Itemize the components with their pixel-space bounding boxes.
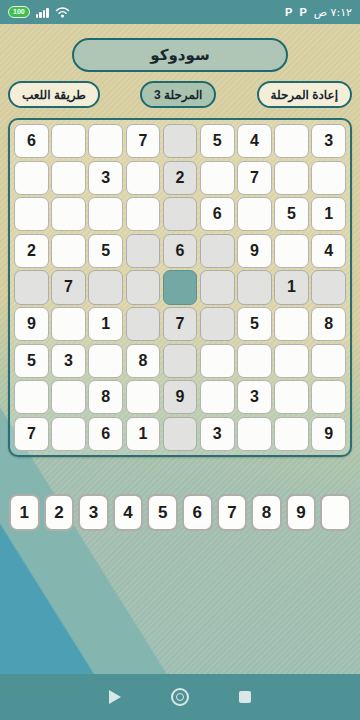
cell-r5c7[interactable] [237, 270, 272, 304]
notification-icon-p: P [299, 6, 306, 18]
cell-r4c7[interactable]: 9 [237, 234, 272, 268]
notification-icon-p: P [285, 6, 292, 18]
cell-r9c9[interactable]: 9 [311, 417, 346, 451]
cell-r7c8[interactable] [274, 344, 309, 378]
cell-r4c9[interactable]: 4 [311, 234, 346, 268]
cell-r9c8[interactable] [274, 417, 309, 451]
cell-r2c9[interactable] [311, 161, 346, 195]
cell-r6c8[interactable] [274, 307, 309, 341]
cell-r5c9[interactable] [311, 270, 346, 304]
cell-r1c2[interactable] [51, 124, 86, 158]
cell-r1c4[interactable]: 7 [126, 124, 161, 158]
cell-r3c1[interactable] [14, 197, 49, 231]
battery-icon: 100 [8, 6, 30, 18]
cell-r9c7[interactable] [237, 417, 272, 451]
cell-r3c3[interactable] [88, 197, 123, 231]
home-icon[interactable] [171, 688, 189, 706]
cell-r6c7[interactable]: 5 [237, 307, 272, 341]
pad-tile-8[interactable]: 8 [251, 494, 282, 531]
cell-r2c1[interactable] [14, 161, 49, 195]
recents-icon[interactable] [239, 691, 251, 703]
cell-r7c7[interactable] [237, 344, 272, 378]
cell-r3c9[interactable]: 1 [311, 197, 346, 231]
pad-tile-2[interactable]: 2 [44, 494, 75, 531]
pad-tile-9[interactable]: 9 [286, 494, 317, 531]
cell-r6c3[interactable]: 1 [88, 307, 123, 341]
cell-r8c6[interactable] [200, 380, 235, 414]
cell-r4c4[interactable] [126, 234, 161, 268]
cell-r9c2[interactable] [51, 417, 86, 451]
cell-r6c6[interactable] [200, 307, 235, 341]
cell-r2c5[interactable]: 2 [163, 161, 198, 195]
cell-r6c1[interactable]: 9 [14, 307, 49, 341]
pad-tile-erase[interactable] [320, 494, 351, 531]
cell-r3c7[interactable] [237, 197, 272, 231]
cell-r4c6[interactable] [200, 234, 235, 268]
cell-r7c1[interactable]: 5 [14, 344, 49, 378]
cell-r2c7[interactable]: 7 [237, 161, 272, 195]
cell-r3c2[interactable] [51, 197, 86, 231]
pad-tile-7[interactable]: 7 [217, 494, 248, 531]
cell-r6c9[interactable]: 8 [311, 307, 346, 341]
cell-r7c5[interactable] [163, 344, 198, 378]
cell-r6c2[interactable] [51, 307, 86, 341]
cell-r4c3[interactable]: 5 [88, 234, 123, 268]
cell-r5c6[interactable] [200, 270, 235, 304]
cell-r7c6[interactable] [200, 344, 235, 378]
cell-r3c4[interactable] [126, 197, 161, 231]
cell-r2c6[interactable] [200, 161, 235, 195]
cell-r3c5[interactable] [163, 197, 198, 231]
app-screen: 100 P P ٧:١٢ ص سودوكو إعادة المرحلة المر… [0, 0, 360, 720]
cell-r3c6[interactable]: 6 [200, 197, 235, 231]
how-to-play-button[interactable]: طريقة اللعب [8, 81, 100, 108]
cell-r1c7[interactable]: 4 [237, 124, 272, 158]
android-nav-bar [0, 674, 360, 720]
cell-r7c9[interactable] [311, 344, 346, 378]
level-badge-button[interactable]: المرحلة 3 [140, 81, 216, 108]
sudoku-board-frame: 6754332765125694719175853889376139 [8, 118, 352, 457]
cell-r5c1[interactable] [14, 270, 49, 304]
cell-r7c3[interactable] [88, 344, 123, 378]
cell-r8c1[interactable] [14, 380, 49, 414]
status-right-cluster: P P ٧:١٢ ص [285, 6, 352, 19]
cell-r9c1[interactable]: 7 [14, 417, 49, 451]
clock-text: ٧:١٢ ص [314, 6, 352, 19]
signal-icon [36, 7, 49, 18]
cell-r9c3[interactable]: 6 [88, 417, 123, 451]
cell-r6c4[interactable] [126, 307, 161, 341]
cell-r9c4[interactable]: 1 [126, 417, 161, 451]
toolbar: إعادة المرحلة المرحلة 3 طريقة اللعب [8, 81, 352, 108]
pad-tile-6[interactable]: 6 [182, 494, 213, 531]
pad-tile-4[interactable]: 4 [113, 494, 144, 531]
cell-r1c3[interactable] [88, 124, 123, 158]
cell-r8c2[interactable] [51, 380, 86, 414]
cell-r2c8[interactable] [274, 161, 309, 195]
cell-r1c1[interactable]: 6 [14, 124, 49, 158]
cell-r8c3[interactable]: 8 [88, 380, 123, 414]
cell-r7c4[interactable]: 8 [126, 344, 161, 378]
restart-level-button[interactable]: إعادة المرحلة [257, 81, 353, 108]
sudoku-board: 6754332765125694719175853889376139 [14, 124, 346, 451]
cell-r1c8[interactable] [274, 124, 309, 158]
wifi-icon [55, 3, 70, 22]
cell-r2c4[interactable] [126, 161, 161, 195]
page-title: سودوكو [72, 38, 288, 72]
status-left-cluster: 100 [8, 3, 70, 22]
cell-r8c7[interactable]: 3 [237, 380, 272, 414]
status-bar: 100 P P ٧:١٢ ص [0, 0, 360, 24]
cell-r8c9[interactable] [311, 380, 346, 414]
cell-r4c8[interactable] [274, 234, 309, 268]
cell-r4c2[interactable] [51, 234, 86, 268]
cell-r2c2[interactable] [51, 161, 86, 195]
back-icon[interactable] [109, 690, 121, 704]
cell-r5c3[interactable] [88, 270, 123, 304]
cell-r1c5[interactable] [163, 124, 198, 158]
cell-r9c5[interactable] [163, 417, 198, 451]
cell-r7c2[interactable]: 3 [51, 344, 86, 378]
cell-r4c1[interactable]: 2 [14, 234, 49, 268]
cell-r4c5[interactable]: 6 [163, 234, 198, 268]
pad-tile-5[interactable]: 5 [147, 494, 178, 531]
cell-r1c6[interactable]: 5 [200, 124, 235, 158]
cell-r3c8[interactable]: 5 [274, 197, 309, 231]
cell-r5c4[interactable] [126, 270, 161, 304]
number-pad: 123456789 [9, 494, 351, 531]
pad-tile-3[interactable]: 3 [78, 494, 109, 531]
cell-r6c5[interactable]: 7 [163, 307, 198, 341]
pad-tile-1[interactable]: 1 [9, 494, 40, 531]
cell-r1c9[interactable]: 3 [311, 124, 346, 158]
cell-r2c3[interactable]: 3 [88, 161, 123, 195]
cell-r8c4[interactable] [126, 380, 161, 414]
cell-r5c8[interactable]: 1 [274, 270, 309, 304]
cell-r5c2[interactable]: 7 [51, 270, 86, 304]
cell-r9c6[interactable]: 3 [200, 417, 235, 451]
cell-r5c5[interactable] [163, 270, 198, 304]
cell-r8c5[interactable]: 9 [163, 380, 198, 414]
cell-r8c8[interactable] [274, 380, 309, 414]
